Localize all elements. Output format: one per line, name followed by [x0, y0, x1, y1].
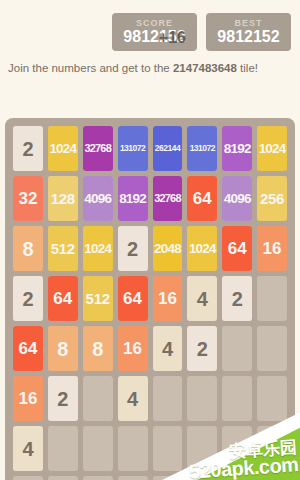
cell-r4c8	[257, 276, 287, 321]
cell-r3c5: 2048	[153, 226, 183, 271]
score-delta: +16	[159, 29, 186, 47]
cell-r5c1: 64	[13, 326, 43, 371]
cell-r5c2: 8	[48, 326, 78, 371]
cell-r2c7: 4096	[222, 176, 252, 221]
tile-262144: 262144	[153, 126, 183, 171]
cell-r4c6: 4	[187, 276, 217, 321]
cell-r6c6	[187, 376, 217, 421]
cell-r5c5: 4	[153, 326, 183, 371]
tile-4: 4	[118, 376, 148, 421]
tile-1024: 1024	[187, 226, 217, 271]
cell-r7c1: 4	[13, 426, 43, 471]
tile-16: 16	[118, 326, 148, 371]
tile-1024: 1024	[83, 226, 113, 271]
cell-r5c3: 8	[83, 326, 113, 371]
cell-r2c6: 64	[187, 176, 217, 221]
tile-2: 2	[118, 226, 148, 271]
cell-r2c5: 32768	[153, 176, 183, 221]
score-box: SCORE 9812152 +16	[112, 13, 197, 51]
tile-64: 64	[222, 226, 252, 271]
cell-r8c3	[83, 476, 113, 480]
cell-r4c3: 512	[83, 276, 113, 321]
cell-r3c7: 64	[222, 226, 252, 271]
cell-r1c2: 1024	[48, 126, 78, 171]
board[interactable]: 2102432768131072262144131072819210243212…	[5, 118, 295, 480]
tile-16: 16	[13, 376, 43, 421]
cell-r6c7	[222, 376, 252, 421]
cell-r8c4	[118, 476, 148, 480]
cell-r4c5: 16	[153, 276, 183, 321]
cell-r6c4: 4	[118, 376, 148, 421]
tile-4: 4	[13, 426, 43, 471]
cell-r4c1: 2	[13, 276, 43, 321]
cell-r6c5	[153, 376, 183, 421]
cell-r8c1	[13, 476, 43, 480]
cell-r1c1: 2	[13, 126, 43, 171]
game-screen: SCORE 9812152 +16 BEST 9812152 Join the …	[0, 0, 300, 480]
cell-r1c7: 8192	[222, 126, 252, 171]
cell-r5c8	[257, 326, 287, 371]
tile-64: 64	[13, 326, 43, 371]
score-label: SCORE	[112, 18, 197, 28]
tile-131072: 131072	[118, 126, 148, 171]
cell-r8c7	[222, 476, 252, 480]
tile-8: 8	[48, 326, 78, 371]
tile-4: 4	[153, 326, 183, 371]
cell-r7c4	[118, 426, 148, 471]
cell-r7c6	[187, 426, 217, 471]
cell-r3c1: 8	[13, 226, 43, 271]
tile-2: 2	[13, 126, 43, 171]
tile-16: 16	[153, 276, 183, 321]
intro-prefix: Join the numbers and get to the	[8, 62, 173, 74]
cell-r8c6	[187, 476, 217, 480]
tile-64: 64	[48, 276, 78, 321]
tile-32768: 32768	[83, 126, 113, 171]
score-row: SCORE 9812152 +16 BEST 9812152	[112, 13, 291, 51]
goal-tile-number: 2147483648	[173, 62, 237, 74]
tile-8: 8	[83, 326, 113, 371]
best-value: 9812152	[206, 28, 291, 46]
cell-r1c8: 1024	[257, 126, 287, 171]
cell-r7c3	[83, 426, 113, 471]
tile-2: 2	[48, 376, 78, 421]
tile-4096: 4096	[83, 176, 113, 221]
tile-8192: 8192	[118, 176, 148, 221]
best-label: BEST	[206, 18, 291, 28]
tile-131072: 131072	[187, 126, 217, 171]
cell-r7c7	[222, 426, 252, 471]
cell-r3c4: 2	[118, 226, 148, 271]
tile-32768: 32768	[153, 176, 183, 221]
cell-r2c2: 128	[48, 176, 78, 221]
tile-512: 512	[48, 226, 78, 271]
cell-r1c5: 262144	[153, 126, 183, 171]
cell-r1c3: 32768	[83, 126, 113, 171]
tile-32: 32	[13, 176, 43, 221]
cell-r2c1: 32	[13, 176, 43, 221]
tile-512: 512	[83, 276, 113, 321]
cell-r3c8: 16	[257, 226, 287, 271]
tile-16: 16	[257, 226, 287, 271]
intro-text: Join the numbers and get to the 21474836…	[8, 61, 296, 76]
cell-r2c8: 256	[257, 176, 287, 221]
cell-r3c2: 512	[48, 226, 78, 271]
cell-r8c2	[48, 476, 78, 480]
cell-r1c6: 131072	[187, 126, 217, 171]
cell-r4c7: 2	[222, 276, 252, 321]
cell-r2c4: 8192	[118, 176, 148, 221]
cell-r6c3	[83, 376, 113, 421]
tile-8: 8	[13, 226, 43, 271]
cell-r5c6: 2	[187, 326, 217, 371]
cell-r8c8	[257, 476, 287, 480]
tile-4: 4	[187, 276, 217, 321]
best-box: BEST 9812152	[206, 13, 291, 51]
tile-8192: 8192	[222, 126, 252, 171]
tile-2: 2	[222, 276, 252, 321]
cell-r8c5	[153, 476, 183, 480]
cell-r4c4: 64	[118, 276, 148, 321]
cell-r6c8	[257, 376, 287, 421]
cell-r6c2: 2	[48, 376, 78, 421]
cell-r5c4: 16	[118, 326, 148, 371]
tile-128: 128	[48, 176, 78, 221]
cell-r3c6: 1024	[187, 226, 217, 271]
tile-64: 64	[187, 176, 217, 221]
cell-r1c4: 131072	[118, 126, 148, 171]
tile-2: 2	[13, 276, 43, 321]
board-grid[interactable]: 2102432768131072262144131072819210243212…	[13, 126, 287, 480]
intro-suffix: tile!	[237, 62, 258, 74]
cell-r4c2: 64	[48, 276, 78, 321]
cell-r7c8	[257, 426, 287, 471]
tile-64: 64	[118, 276, 148, 321]
tile-256: 256	[257, 176, 287, 221]
tile-4096: 4096	[222, 176, 252, 221]
tile-2048: 2048	[153, 226, 183, 271]
cell-r2c3: 4096	[83, 176, 113, 221]
cell-r5c7	[222, 326, 252, 371]
tile-1024: 1024	[257, 126, 287, 171]
tile-2: 2	[187, 326, 217, 371]
cell-r7c5	[153, 426, 183, 471]
cell-r6c1: 16	[13, 376, 43, 421]
cell-r3c3: 1024	[83, 226, 113, 271]
cell-r7c2	[48, 426, 78, 471]
tile-1024: 1024	[48, 126, 78, 171]
